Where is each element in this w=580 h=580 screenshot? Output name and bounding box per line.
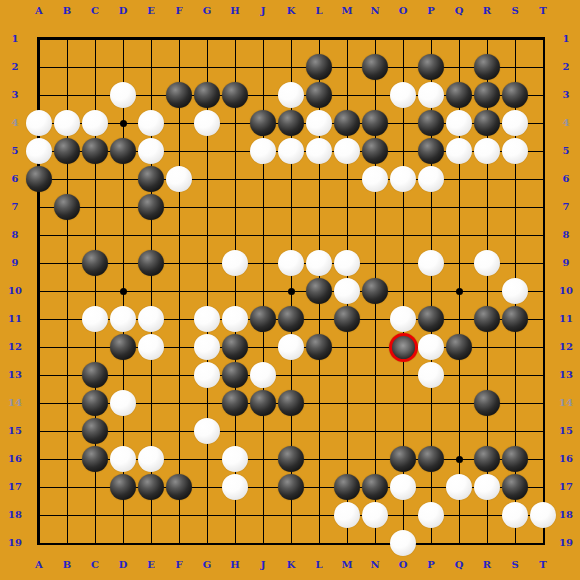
intersection-D6[interactable] bbox=[109, 165, 137, 193]
intersection-K4[interactable] bbox=[277, 109, 305, 137]
intersection-G2[interactable] bbox=[193, 53, 221, 81]
intersection-B3[interactable] bbox=[53, 81, 81, 109]
intersection-S19[interactable] bbox=[501, 529, 529, 557]
intersection-R12[interactable] bbox=[473, 333, 501, 361]
intersection-M19[interactable] bbox=[333, 529, 361, 557]
intersection-A12[interactable] bbox=[25, 333, 53, 361]
intersection-R14[interactable] bbox=[473, 389, 501, 417]
intersection-O9[interactable] bbox=[389, 249, 417, 277]
intersection-F19[interactable] bbox=[165, 529, 193, 557]
intersection-G6[interactable] bbox=[193, 165, 221, 193]
intersection-S1[interactable] bbox=[501, 25, 529, 53]
intersection-B10[interactable] bbox=[53, 277, 81, 305]
intersection-C7[interactable] bbox=[81, 193, 109, 221]
intersection-L3[interactable] bbox=[305, 81, 333, 109]
intersection-G14[interactable] bbox=[193, 389, 221, 417]
intersection-G12[interactable] bbox=[193, 333, 221, 361]
intersection-D16[interactable] bbox=[109, 445, 137, 473]
intersection-S6[interactable] bbox=[501, 165, 529, 193]
intersection-P3[interactable] bbox=[417, 81, 445, 109]
intersection-L6[interactable] bbox=[305, 165, 333, 193]
intersection-B13[interactable] bbox=[53, 361, 81, 389]
intersection-L10[interactable] bbox=[305, 277, 333, 305]
intersection-H10[interactable] bbox=[221, 277, 249, 305]
intersection-N7[interactable] bbox=[361, 193, 389, 221]
intersection-H1[interactable] bbox=[221, 25, 249, 53]
intersection-B8[interactable] bbox=[53, 221, 81, 249]
intersection-M2[interactable] bbox=[333, 53, 361, 81]
intersection-Q19[interactable] bbox=[445, 529, 473, 557]
intersection-K13[interactable] bbox=[277, 361, 305, 389]
intersection-S12[interactable] bbox=[501, 333, 529, 361]
intersection-S16[interactable] bbox=[501, 445, 529, 473]
intersection-H5[interactable] bbox=[221, 137, 249, 165]
intersection-E6[interactable] bbox=[137, 165, 165, 193]
intersection-K9[interactable] bbox=[277, 249, 305, 277]
intersection-F16[interactable] bbox=[165, 445, 193, 473]
intersection-C1[interactable] bbox=[81, 25, 109, 53]
intersection-K19[interactable] bbox=[277, 529, 305, 557]
intersection-A1[interactable] bbox=[25, 25, 53, 53]
intersection-B9[interactable] bbox=[53, 249, 81, 277]
intersection-M5[interactable] bbox=[333, 137, 361, 165]
intersection-K1[interactable] bbox=[277, 25, 305, 53]
intersection-L18[interactable] bbox=[305, 501, 333, 529]
intersection-O16[interactable] bbox=[389, 445, 417, 473]
intersection-K10[interactable] bbox=[277, 277, 305, 305]
intersection-R10[interactable] bbox=[473, 277, 501, 305]
intersection-K14[interactable] bbox=[277, 389, 305, 417]
intersection-J10[interactable] bbox=[249, 277, 277, 305]
intersection-N18[interactable] bbox=[361, 501, 389, 529]
intersection-B16[interactable] bbox=[53, 445, 81, 473]
intersection-Q2[interactable] bbox=[445, 53, 473, 81]
intersection-F6[interactable] bbox=[165, 165, 193, 193]
intersection-O15[interactable] bbox=[389, 417, 417, 445]
intersection-Q12[interactable] bbox=[445, 333, 473, 361]
intersection-N12[interactable] bbox=[361, 333, 389, 361]
intersection-E2[interactable] bbox=[137, 53, 165, 81]
intersection-C8[interactable] bbox=[81, 221, 109, 249]
intersection-C16[interactable] bbox=[81, 445, 109, 473]
intersection-K18[interactable] bbox=[277, 501, 305, 529]
intersection-M8[interactable] bbox=[333, 221, 361, 249]
intersection-J3[interactable] bbox=[249, 81, 277, 109]
intersection-Q10[interactable] bbox=[445, 277, 473, 305]
intersection-J15[interactable] bbox=[249, 417, 277, 445]
intersection-P13[interactable] bbox=[417, 361, 445, 389]
intersection-H15[interactable] bbox=[221, 417, 249, 445]
intersection-R2[interactable] bbox=[473, 53, 501, 81]
intersection-M14[interactable] bbox=[333, 389, 361, 417]
intersection-R3[interactable] bbox=[473, 81, 501, 109]
intersection-L14[interactable] bbox=[305, 389, 333, 417]
intersection-S10[interactable] bbox=[501, 277, 529, 305]
intersection-J7[interactable] bbox=[249, 193, 277, 221]
intersection-H19[interactable] bbox=[221, 529, 249, 557]
intersection-A16[interactable] bbox=[25, 445, 53, 473]
intersection-L11[interactable] bbox=[305, 305, 333, 333]
intersection-O8[interactable] bbox=[389, 221, 417, 249]
intersection-L13[interactable] bbox=[305, 361, 333, 389]
intersection-D18[interactable] bbox=[109, 501, 137, 529]
intersection-P11[interactable] bbox=[417, 305, 445, 333]
intersection-M15[interactable] bbox=[333, 417, 361, 445]
intersection-A10[interactable] bbox=[25, 277, 53, 305]
intersection-C6[interactable] bbox=[81, 165, 109, 193]
intersection-P10[interactable] bbox=[417, 277, 445, 305]
intersection-M10[interactable] bbox=[333, 277, 361, 305]
intersection-M13[interactable] bbox=[333, 361, 361, 389]
intersection-A19[interactable] bbox=[25, 529, 53, 557]
intersection-S5[interactable] bbox=[501, 137, 529, 165]
intersection-J8[interactable] bbox=[249, 221, 277, 249]
intersection-C4[interactable] bbox=[81, 109, 109, 137]
intersection-S11[interactable] bbox=[501, 305, 529, 333]
intersection-O18[interactable] bbox=[389, 501, 417, 529]
intersection-R9[interactable] bbox=[473, 249, 501, 277]
intersection-F15[interactable] bbox=[165, 417, 193, 445]
intersection-L4[interactable] bbox=[305, 109, 333, 137]
intersection-E19[interactable] bbox=[137, 529, 165, 557]
intersection-N16[interactable] bbox=[361, 445, 389, 473]
intersection-O14[interactable] bbox=[389, 389, 417, 417]
intersection-F13[interactable] bbox=[165, 361, 193, 389]
intersection-E10[interactable] bbox=[137, 277, 165, 305]
intersection-A15[interactable] bbox=[25, 417, 53, 445]
intersection-G19[interactable] bbox=[193, 529, 221, 557]
intersection-C11[interactable] bbox=[81, 305, 109, 333]
intersection-F18[interactable] bbox=[165, 501, 193, 529]
intersection-S8[interactable] bbox=[501, 221, 529, 249]
intersection-A4[interactable] bbox=[25, 109, 53, 137]
intersection-P16[interactable] bbox=[417, 445, 445, 473]
intersection-L16[interactable] bbox=[305, 445, 333, 473]
intersection-L19[interactable] bbox=[305, 529, 333, 557]
intersection-E18[interactable] bbox=[137, 501, 165, 529]
intersection-N11[interactable] bbox=[361, 305, 389, 333]
intersection-G4[interactable] bbox=[193, 109, 221, 137]
intersection-B19[interactable] bbox=[53, 529, 81, 557]
intersection-M9[interactable] bbox=[333, 249, 361, 277]
intersection-A2[interactable] bbox=[25, 53, 53, 81]
intersection-D11[interactable] bbox=[109, 305, 137, 333]
intersection-S18[interactable] bbox=[501, 501, 529, 529]
intersection-J6[interactable] bbox=[249, 165, 277, 193]
intersection-E8[interactable] bbox=[137, 221, 165, 249]
intersection-J9[interactable] bbox=[249, 249, 277, 277]
intersection-P17[interactable] bbox=[417, 473, 445, 501]
intersection-E1[interactable] bbox=[137, 25, 165, 53]
intersection-A13[interactable] bbox=[25, 361, 53, 389]
intersection-N9[interactable] bbox=[361, 249, 389, 277]
intersection-Q5[interactable] bbox=[445, 137, 473, 165]
intersection-D19[interactable] bbox=[109, 529, 137, 557]
intersection-L2[interactable] bbox=[305, 53, 333, 81]
intersection-C15[interactable] bbox=[81, 417, 109, 445]
intersection-N14[interactable] bbox=[361, 389, 389, 417]
intersection-R16[interactable] bbox=[473, 445, 501, 473]
intersection-R17[interactable] bbox=[473, 473, 501, 501]
intersection-F11[interactable] bbox=[165, 305, 193, 333]
intersection-D2[interactable] bbox=[109, 53, 137, 81]
intersection-B4[interactable] bbox=[53, 109, 81, 137]
intersection-G10[interactable] bbox=[193, 277, 221, 305]
intersection-F3[interactable] bbox=[165, 81, 193, 109]
intersection-K17[interactable] bbox=[277, 473, 305, 501]
intersection-B14[interactable] bbox=[53, 389, 81, 417]
intersection-M6[interactable] bbox=[333, 165, 361, 193]
intersection-E17[interactable] bbox=[137, 473, 165, 501]
intersection-P18[interactable] bbox=[417, 501, 445, 529]
intersection-M12[interactable] bbox=[333, 333, 361, 361]
intersection-K16[interactable] bbox=[277, 445, 305, 473]
intersection-C13[interactable] bbox=[81, 361, 109, 389]
intersection-R11[interactable] bbox=[473, 305, 501, 333]
intersection-G11[interactable] bbox=[193, 305, 221, 333]
intersection-M7[interactable] bbox=[333, 193, 361, 221]
intersection-K8[interactable] bbox=[277, 221, 305, 249]
intersection-M17[interactable] bbox=[333, 473, 361, 501]
intersection-M3[interactable] bbox=[333, 81, 361, 109]
intersection-R8[interactable] bbox=[473, 221, 501, 249]
intersection-Q11[interactable] bbox=[445, 305, 473, 333]
intersection-K7[interactable] bbox=[277, 193, 305, 221]
intersection-N2[interactable] bbox=[361, 53, 389, 81]
intersection-E16[interactable] bbox=[137, 445, 165, 473]
intersection-C17[interactable] bbox=[81, 473, 109, 501]
intersection-N15[interactable] bbox=[361, 417, 389, 445]
intersection-E12[interactable] bbox=[137, 333, 165, 361]
intersection-F9[interactable] bbox=[165, 249, 193, 277]
intersection-O12[interactable] bbox=[389, 333, 417, 361]
intersection-R13[interactable] bbox=[473, 361, 501, 389]
intersection-A6[interactable] bbox=[25, 165, 53, 193]
intersection-D12[interactable] bbox=[109, 333, 137, 361]
intersection-L5[interactable] bbox=[305, 137, 333, 165]
intersection-M4[interactable] bbox=[333, 109, 361, 137]
intersection-Q4[interactable] bbox=[445, 109, 473, 137]
intersection-E3[interactable] bbox=[137, 81, 165, 109]
intersection-O3[interactable] bbox=[389, 81, 417, 109]
intersection-F10[interactable] bbox=[165, 277, 193, 305]
intersection-J5[interactable] bbox=[249, 137, 277, 165]
intersection-G5[interactable] bbox=[193, 137, 221, 165]
intersection-Q16[interactable] bbox=[445, 445, 473, 473]
intersection-A3[interactable] bbox=[25, 81, 53, 109]
intersection-P1[interactable] bbox=[417, 25, 445, 53]
intersection-L17[interactable] bbox=[305, 473, 333, 501]
intersection-P8[interactable] bbox=[417, 221, 445, 249]
intersection-L15[interactable] bbox=[305, 417, 333, 445]
intersection-G1[interactable] bbox=[193, 25, 221, 53]
intersection-A18[interactable] bbox=[25, 501, 53, 529]
intersection-E9[interactable] bbox=[137, 249, 165, 277]
intersection-J2[interactable] bbox=[249, 53, 277, 81]
intersection-A11[interactable] bbox=[25, 305, 53, 333]
intersection-D4[interactable] bbox=[109, 109, 137, 137]
intersection-R19[interactable] bbox=[473, 529, 501, 557]
intersection-P14[interactable] bbox=[417, 389, 445, 417]
intersection-O17[interactable] bbox=[389, 473, 417, 501]
intersection-H16[interactable] bbox=[221, 445, 249, 473]
intersection-P12[interactable] bbox=[417, 333, 445, 361]
intersection-G3[interactable] bbox=[193, 81, 221, 109]
intersection-P9[interactable] bbox=[417, 249, 445, 277]
intersection-N5[interactable] bbox=[361, 137, 389, 165]
intersection-N8[interactable] bbox=[361, 221, 389, 249]
intersection-N6[interactable] bbox=[361, 165, 389, 193]
intersection-J11[interactable] bbox=[249, 305, 277, 333]
intersection-J18[interactable] bbox=[249, 501, 277, 529]
intersection-F4[interactable] bbox=[165, 109, 193, 137]
intersection-B18[interactable] bbox=[53, 501, 81, 529]
intersection-S13[interactable] bbox=[501, 361, 529, 389]
intersection-E15[interactable] bbox=[137, 417, 165, 445]
intersection-D3[interactable] bbox=[109, 81, 137, 109]
intersection-R4[interactable] bbox=[473, 109, 501, 137]
intersection-K3[interactable] bbox=[277, 81, 305, 109]
intersection-J1[interactable] bbox=[249, 25, 277, 53]
intersection-C2[interactable] bbox=[81, 53, 109, 81]
intersection-S3[interactable] bbox=[501, 81, 529, 109]
intersection-H13[interactable] bbox=[221, 361, 249, 389]
intersection-D9[interactable] bbox=[109, 249, 137, 277]
intersection-H17[interactable] bbox=[221, 473, 249, 501]
intersection-K5[interactable] bbox=[277, 137, 305, 165]
intersection-G16[interactable] bbox=[193, 445, 221, 473]
intersection-B5[interactable] bbox=[53, 137, 81, 165]
intersection-Q18[interactable] bbox=[445, 501, 473, 529]
intersection-E5[interactable] bbox=[137, 137, 165, 165]
intersection-P19[interactable] bbox=[417, 529, 445, 557]
intersection-P5[interactable] bbox=[417, 137, 445, 165]
intersection-P15[interactable] bbox=[417, 417, 445, 445]
intersection-M1[interactable] bbox=[333, 25, 361, 53]
intersection-Q8[interactable] bbox=[445, 221, 473, 249]
intersection-Q6[interactable] bbox=[445, 165, 473, 193]
intersection-Q14[interactable] bbox=[445, 389, 473, 417]
intersection-E13[interactable] bbox=[137, 361, 165, 389]
intersection-Q17[interactable] bbox=[445, 473, 473, 501]
intersection-F17[interactable] bbox=[165, 473, 193, 501]
intersection-G17[interactable] bbox=[193, 473, 221, 501]
intersection-D5[interactable] bbox=[109, 137, 137, 165]
intersection-O1[interactable] bbox=[389, 25, 417, 53]
intersection-O7[interactable] bbox=[389, 193, 417, 221]
intersection-F12[interactable] bbox=[165, 333, 193, 361]
intersection-N1[interactable] bbox=[361, 25, 389, 53]
intersection-O5[interactable] bbox=[389, 137, 417, 165]
intersection-K12[interactable] bbox=[277, 333, 305, 361]
intersection-Q15[interactable] bbox=[445, 417, 473, 445]
intersection-C12[interactable] bbox=[81, 333, 109, 361]
intersection-F7[interactable] bbox=[165, 193, 193, 221]
intersection-L7[interactable] bbox=[305, 193, 333, 221]
intersection-B2[interactable] bbox=[53, 53, 81, 81]
intersection-R5[interactable] bbox=[473, 137, 501, 165]
intersection-O19[interactable] bbox=[389, 529, 417, 557]
intersection-H14[interactable] bbox=[221, 389, 249, 417]
intersection-H7[interactable] bbox=[221, 193, 249, 221]
intersection-O10[interactable] bbox=[389, 277, 417, 305]
intersection-M11[interactable] bbox=[333, 305, 361, 333]
intersection-F2[interactable] bbox=[165, 53, 193, 81]
intersection-L8[interactable] bbox=[305, 221, 333, 249]
intersection-L12[interactable] bbox=[305, 333, 333, 361]
intersection-D17[interactable] bbox=[109, 473, 137, 501]
intersection-Q9[interactable] bbox=[445, 249, 473, 277]
intersection-H4[interactable] bbox=[221, 109, 249, 137]
intersection-O11[interactable] bbox=[389, 305, 417, 333]
intersection-H9[interactable] bbox=[221, 249, 249, 277]
intersection-K6[interactable] bbox=[277, 165, 305, 193]
intersection-D15[interactable] bbox=[109, 417, 137, 445]
intersection-B15[interactable] bbox=[53, 417, 81, 445]
intersection-M16[interactable] bbox=[333, 445, 361, 473]
intersection-N10[interactable] bbox=[361, 277, 389, 305]
intersection-H12[interactable] bbox=[221, 333, 249, 361]
intersection-D13[interactable] bbox=[109, 361, 137, 389]
intersection-C5[interactable] bbox=[81, 137, 109, 165]
intersection-G15[interactable] bbox=[193, 417, 221, 445]
intersection-N4[interactable] bbox=[361, 109, 389, 137]
intersection-G8[interactable] bbox=[193, 221, 221, 249]
intersection-J14[interactable] bbox=[249, 389, 277, 417]
intersection-F14[interactable] bbox=[165, 389, 193, 417]
intersection-Q13[interactable] bbox=[445, 361, 473, 389]
intersection-G9[interactable] bbox=[193, 249, 221, 277]
intersection-R6[interactable] bbox=[473, 165, 501, 193]
intersection-H6[interactable] bbox=[221, 165, 249, 193]
intersection-K2[interactable] bbox=[277, 53, 305, 81]
intersection-B11[interactable] bbox=[53, 305, 81, 333]
intersection-B12[interactable] bbox=[53, 333, 81, 361]
intersection-K15[interactable] bbox=[277, 417, 305, 445]
intersection-N17[interactable] bbox=[361, 473, 389, 501]
intersection-C18[interactable] bbox=[81, 501, 109, 529]
intersection-G18[interactable] bbox=[193, 501, 221, 529]
intersection-R18[interactable] bbox=[473, 501, 501, 529]
intersection-S15[interactable] bbox=[501, 417, 529, 445]
intersection-J17[interactable] bbox=[249, 473, 277, 501]
intersection-S2[interactable] bbox=[501, 53, 529, 81]
intersection-C19[interactable] bbox=[81, 529, 109, 557]
intersection-J12[interactable] bbox=[249, 333, 277, 361]
intersection-J16[interactable] bbox=[249, 445, 277, 473]
intersection-E4[interactable] bbox=[137, 109, 165, 137]
intersection-G13[interactable] bbox=[193, 361, 221, 389]
intersection-E11[interactable] bbox=[137, 305, 165, 333]
intersection-C10[interactable] bbox=[81, 277, 109, 305]
intersection-A14[interactable] bbox=[25, 389, 53, 417]
intersection-D1[interactable] bbox=[109, 25, 137, 53]
intersection-A7[interactable] bbox=[25, 193, 53, 221]
intersection-J4[interactable] bbox=[249, 109, 277, 137]
intersection-M18[interactable] bbox=[333, 501, 361, 529]
intersection-J19[interactable] bbox=[249, 529, 277, 557]
intersection-H11[interactable] bbox=[221, 305, 249, 333]
intersection-R15[interactable] bbox=[473, 417, 501, 445]
intersection-D8[interactable] bbox=[109, 221, 137, 249]
intersection-S9[interactable] bbox=[501, 249, 529, 277]
intersection-F1[interactable] bbox=[165, 25, 193, 53]
intersection-P6[interactable] bbox=[417, 165, 445, 193]
intersection-R7[interactable] bbox=[473, 193, 501, 221]
intersection-B1[interactable] bbox=[53, 25, 81, 53]
intersection-L9[interactable] bbox=[305, 249, 333, 277]
intersection-J13[interactable] bbox=[249, 361, 277, 389]
